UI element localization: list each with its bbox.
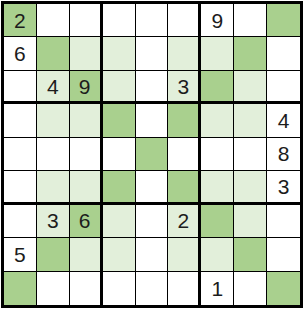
cell-r9c2[interactable] xyxy=(37,272,70,305)
cell-r3c6[interactable]: 3 xyxy=(168,71,201,104)
cell-r4c4[interactable] xyxy=(103,104,136,137)
cell-r6c6[interactable] xyxy=(168,171,201,204)
cell-r4c6[interactable] xyxy=(168,104,201,137)
cell-r1c2[interactable] xyxy=(37,4,70,37)
cell-r2c6[interactable] xyxy=(168,37,201,70)
cell-r3c7[interactable] xyxy=(201,71,234,104)
cell-r8c5[interactable] xyxy=(136,238,169,271)
cell-r5c2[interactable] xyxy=(37,138,70,171)
cell-r9c9[interactable] xyxy=(267,272,300,305)
cell-r4c2[interactable] xyxy=(37,104,70,137)
cell-r2c3[interactable] xyxy=(70,37,103,70)
cell-r6c8[interactable] xyxy=(234,171,267,204)
cell-r6c9[interactable]: 3 xyxy=(267,171,300,204)
cell-r4c1[interactable] xyxy=(4,104,37,137)
cell-r6c1[interactable] xyxy=(4,171,37,204)
cell-r7c3[interactable]: 6 xyxy=(70,205,103,238)
cell-r9c5[interactable] xyxy=(136,272,169,305)
cell-r5c5[interactable] xyxy=(136,138,169,171)
cell-r2c2[interactable] xyxy=(37,37,70,70)
cell-r5c6[interactable] xyxy=(168,138,201,171)
cell-r5c3[interactable] xyxy=(70,138,103,171)
cell-r5c7[interactable] xyxy=(201,138,234,171)
cell-r1c1[interactable]: 2 xyxy=(4,4,37,37)
cell-r7c9[interactable] xyxy=(267,205,300,238)
cell-r6c2[interactable] xyxy=(37,171,70,204)
cell-r8c2[interactable] xyxy=(37,238,70,271)
cell-r2c5[interactable] xyxy=(136,37,169,70)
cell-r3c1[interactable] xyxy=(4,71,37,104)
cell-r8c8[interactable] xyxy=(234,238,267,271)
cell-r6c7[interactable] xyxy=(201,171,234,204)
cell-r9c3[interactable] xyxy=(70,272,103,305)
sudoku-board-container: 29649348336251 xyxy=(1,1,303,308)
cell-r3c4[interactable] xyxy=(103,71,136,104)
cell-r7c4[interactable] xyxy=(103,205,136,238)
cell-r8c4[interactable] xyxy=(103,238,136,271)
cell-r1c5[interactable] xyxy=(136,4,169,37)
cell-r3c9[interactable] xyxy=(267,71,300,104)
cell-r9c6[interactable] xyxy=(168,272,201,305)
cell-r8c1[interactable]: 5 xyxy=(4,238,37,271)
cell-r8c9[interactable] xyxy=(267,238,300,271)
cell-r1c6[interactable] xyxy=(168,4,201,37)
cell-r4c7[interactable] xyxy=(201,104,234,137)
cell-r1c8[interactable] xyxy=(234,4,267,37)
cell-r9c7[interactable]: 1 xyxy=(201,272,234,305)
cell-r7c1[interactable] xyxy=(4,205,37,238)
cell-r2c8[interactable] xyxy=(234,37,267,70)
cell-r6c3[interactable] xyxy=(70,171,103,204)
cell-r7c5[interactable] xyxy=(136,205,169,238)
cell-r5c8[interactable] xyxy=(234,138,267,171)
cell-r9c4[interactable] xyxy=(103,272,136,305)
cell-r6c5[interactable] xyxy=(136,171,169,204)
cell-r4c9[interactable]: 4 xyxy=(267,104,300,137)
cell-r3c3[interactable]: 9 xyxy=(70,71,103,104)
cell-r8c6[interactable] xyxy=(168,238,201,271)
cell-r2c1[interactable]: 6 xyxy=(4,37,37,70)
cell-r5c9[interactable]: 8 xyxy=(267,138,300,171)
cell-r9c1[interactable] xyxy=(4,272,37,305)
cell-r5c1[interactable] xyxy=(4,138,37,171)
cell-r2c9[interactable] xyxy=(267,37,300,70)
cell-r3c2[interactable]: 4 xyxy=(37,71,70,104)
cell-r6c4[interactable] xyxy=(103,171,136,204)
cell-r7c7[interactable] xyxy=(201,205,234,238)
cell-r2c4[interactable] xyxy=(103,37,136,70)
cell-r9c8[interactable] xyxy=(234,272,267,305)
cell-r1c9[interactable] xyxy=(267,4,300,37)
cell-r3c5[interactable] xyxy=(136,71,169,104)
cell-r4c8[interactable] xyxy=(234,104,267,137)
cell-r2c7[interactable] xyxy=(201,37,234,70)
cell-r7c6[interactable]: 2 xyxy=(168,205,201,238)
cell-r5c4[interactable] xyxy=(103,138,136,171)
cell-r1c3[interactable] xyxy=(70,4,103,37)
cell-r4c3[interactable] xyxy=(70,104,103,137)
cell-r3c8[interactable] xyxy=(234,71,267,104)
cell-r1c7[interactable]: 9 xyxy=(201,4,234,37)
cell-r1c4[interactable] xyxy=(103,4,136,37)
cell-r7c2[interactable]: 3 xyxy=(37,205,70,238)
cell-r7c8[interactable] xyxy=(234,205,267,238)
sudoku-board: 29649348336251 xyxy=(1,1,303,308)
cell-r8c3[interactable] xyxy=(70,238,103,271)
cell-r4c5[interactable] xyxy=(136,104,169,137)
cell-r8c7[interactable] xyxy=(201,238,234,271)
